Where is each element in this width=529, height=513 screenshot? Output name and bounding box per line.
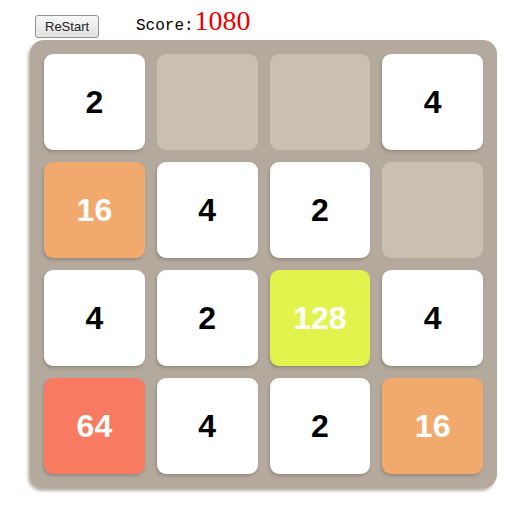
cell-r4c2: 4 bbox=[157, 378, 258, 474]
cell-r3c1: 4 bbox=[44, 270, 145, 366]
cell-r2c3: 2 bbox=[270, 162, 371, 258]
cell-r3c2: 2 bbox=[157, 270, 258, 366]
cell-r4c1: 64 bbox=[44, 378, 145, 474]
restart-button[interactable]: ReStart bbox=[35, 15, 99, 38]
score-display: Score:1080 bbox=[136, 5, 251, 37]
cell-r1c2 bbox=[157, 54, 258, 150]
cell-r2c1: 16 bbox=[44, 162, 145, 258]
cell-r3c4: 4 bbox=[382, 270, 483, 366]
score-value: 1080 bbox=[195, 5, 251, 37]
cell-r3c3: 128 bbox=[270, 270, 371, 366]
cell-r1c1: 2 bbox=[44, 54, 145, 150]
cell-r4c4: 16 bbox=[382, 378, 483, 474]
cell-r1c4: 4 bbox=[382, 54, 483, 150]
score-label: Score: bbox=[136, 17, 194, 35]
cell-r2c4 bbox=[382, 162, 483, 258]
cell-r1c3 bbox=[270, 54, 371, 150]
game-board[interactable]: 2 4 16 4 2 4 2 128 4 64 4 2 16 bbox=[30, 40, 497, 488]
cell-r4c3: 2 bbox=[270, 378, 371, 474]
cell-r2c2: 4 bbox=[157, 162, 258, 258]
